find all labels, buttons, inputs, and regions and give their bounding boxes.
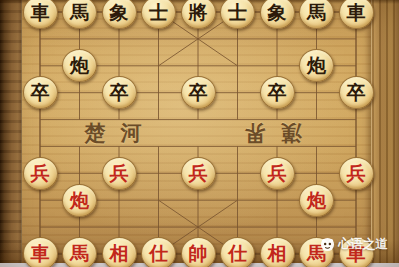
board-point-f7 — [218, 79, 258, 106]
board-point-g6 — [257, 106, 297, 133]
board-point-a7: 卒 — [20, 79, 60, 106]
red-chariot-a1[interactable]: 車 — [23, 237, 58, 267]
watermark: 心语之道 — [320, 236, 388, 253]
board-grid: 車馬象士將士象馬車炮炮卒卒卒卒卒兵兵兵兵兵炮炮車馬相仕帥仕相馬車 — [20, 0, 376, 267]
board-point-d3 — [139, 187, 179, 214]
board-point-e3 — [178, 187, 218, 214]
board-point-b6 — [60, 106, 100, 133]
board-point-f6 — [218, 106, 258, 133]
board-point-f8 — [218, 52, 258, 79]
board-point-h7 — [297, 79, 337, 106]
board-point-b3: 炮 — [60, 187, 100, 214]
board-point-d10: 士 — [139, 0, 179, 25]
board-point-f9 — [218, 25, 258, 52]
board-point-g10: 象 — [257, 0, 297, 25]
black-soldier-i7[interactable]: 卒 — [339, 76, 374, 109]
board-point-f3 — [218, 187, 258, 214]
red-soldier-a4[interactable]: 兵 — [23, 157, 58, 190]
board-point-b7 — [60, 79, 100, 106]
board-point-i7: 卒 — [336, 79, 376, 106]
red-advisor-f1[interactable]: 仕 — [220, 237, 255, 267]
board-point-e9 — [178, 25, 218, 52]
board-point-d6 — [139, 106, 179, 133]
board-point-c7: 卒 — [99, 79, 139, 106]
red-cannon-b3[interactable]: 炮 — [62, 184, 97, 217]
board-point-b10: 馬 — [60, 0, 100, 25]
black-soldier-e7[interactable]: 卒 — [181, 76, 216, 109]
black-elephant-c10[interactable]: 象 — [102, 0, 137, 29]
board-point-h6 — [297, 106, 337, 133]
board-point-a3 — [20, 187, 60, 214]
board-point-c1: 相 — [99, 240, 139, 267]
board-point-e4: 兵 — [178, 160, 218, 187]
red-elephant-c1[interactable]: 相 — [102, 237, 137, 267]
board-point-b8: 炮 — [60, 52, 100, 79]
board-point-e1: 帥 — [178, 240, 218, 267]
mascot-logo-icon — [320, 237, 335, 252]
board-point-d8 — [139, 52, 179, 79]
board-point-h5 — [297, 133, 337, 160]
board-point-d7 — [139, 79, 179, 106]
board-point-f10: 士 — [218, 0, 258, 25]
board-point-a1: 車 — [20, 240, 60, 267]
board-point-g9 — [257, 25, 297, 52]
board-point-d5 — [139, 133, 179, 160]
board-point-i4: 兵 — [336, 160, 376, 187]
watermark-text: 心语之道 — [338, 236, 388, 253]
board-point-a6 — [20, 106, 60, 133]
red-advisor-d1[interactable]: 仕 — [141, 237, 176, 267]
red-soldier-i4[interactable]: 兵 — [339, 157, 374, 190]
board-point-i3 — [336, 187, 376, 214]
black-advisor-f10[interactable]: 士 — [220, 0, 255, 29]
board-point-c10: 象 — [99, 0, 139, 25]
board-point-i5 — [336, 133, 376, 160]
red-elephant-g1[interactable]: 相 — [260, 237, 295, 267]
board-point-c6 — [99, 106, 139, 133]
board-point-d1: 仕 — [139, 240, 179, 267]
red-horse-b1[interactable]: 馬 — [62, 237, 97, 267]
board-point-h3: 炮 — [297, 187, 337, 214]
board-point-a10: 車 — [20, 0, 60, 25]
board-point-g4: 兵 — [257, 160, 297, 187]
board-point-a4: 兵 — [20, 160, 60, 187]
board-point-h8: 炮 — [297, 52, 337, 79]
black-general-e10[interactable]: 將 — [181, 0, 216, 29]
red-soldier-c4[interactable]: 兵 — [102, 157, 137, 190]
board-point-e10: 將 — [178, 0, 218, 25]
board-point-h10: 馬 — [297, 0, 337, 25]
board-point-c4: 兵 — [99, 160, 139, 187]
black-advisor-d10[interactable]: 士 — [141, 0, 176, 29]
board-point-g7: 卒 — [257, 79, 297, 106]
xiangqi-board-screenshot: 楚河 漢界 車馬象士將士象馬車炮炮卒卒卒卒卒兵兵兵兵兵炮炮車馬相仕帥仕相馬車 心… — [0, 0, 399, 267]
board-point-e5 — [178, 133, 218, 160]
board-point-g5 — [257, 133, 297, 160]
board-point-e7: 卒 — [178, 79, 218, 106]
board-point-i9 — [336, 25, 376, 52]
board-point-e6 — [178, 106, 218, 133]
black-cannon-h8[interactable]: 炮 — [299, 49, 334, 82]
board-point-f5 — [218, 133, 258, 160]
black-soldier-a7[interactable]: 卒 — [23, 76, 58, 109]
board-point-f1: 仕 — [218, 240, 258, 267]
board-point-a9 — [20, 25, 60, 52]
board-point-h4 — [297, 160, 337, 187]
board-point-c3 — [99, 187, 139, 214]
black-soldier-g7[interactable]: 卒 — [260, 76, 295, 109]
board-point-b4 — [60, 160, 100, 187]
board-point-i6 — [336, 106, 376, 133]
board-point-f4 — [218, 160, 258, 187]
red-soldier-g4[interactable]: 兵 — [260, 157, 295, 190]
board-point-a5 — [20, 133, 60, 160]
board-point-b1: 馬 — [60, 240, 100, 267]
board-point-g1: 相 — [257, 240, 297, 267]
red-cannon-h3[interactable]: 炮 — [299, 184, 334, 217]
board-point-d9 — [139, 25, 179, 52]
board-point-g3 — [257, 187, 297, 214]
black-horse-b10[interactable]: 馬 — [62, 0, 97, 29]
board-point-c9 — [99, 25, 139, 52]
red-soldier-e4[interactable]: 兵 — [181, 157, 216, 190]
board-point-c5 — [99, 133, 139, 160]
board-point-b5 — [60, 133, 100, 160]
red-general-e1[interactable]: 帥 — [181, 237, 216, 267]
black-soldier-c7[interactable]: 卒 — [102, 76, 137, 109]
board-point-d4 — [139, 160, 179, 187]
black-chariot-i10[interactable]: 車 — [339, 0, 374, 29]
board-point-i10: 車 — [336, 0, 376, 25]
black-chariot-a10[interactable]: 車 — [23, 0, 58, 29]
black-cannon-b8[interactable]: 炮 — [62, 49, 97, 82]
black-elephant-g10[interactable]: 象 — [260, 0, 295, 29]
black-horse-h10[interactable]: 馬 — [299, 0, 334, 29]
